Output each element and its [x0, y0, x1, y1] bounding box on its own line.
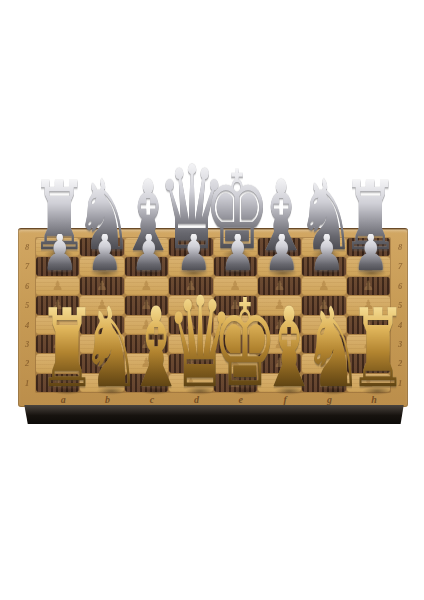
black-pawn-glyph: ♟: [176, 234, 212, 273]
black-pawn-glyph: ♟: [131, 234, 167, 273]
black-pawn-glyph: ♟: [220, 234, 256, 273]
piece-silver-pawn-d7: ♟: [171, 234, 216, 273]
piece-silver-pawn-e7: ♟: [215, 234, 260, 273]
piece-silver-pawn-c7: ♟: [127, 234, 172, 273]
product-photo: aabbccddeeffgghh1122334455667788 ♜♞♝♛♚♝♞…: [0, 0, 424, 600]
black-pawn-glyph: ♟: [353, 234, 389, 273]
piece-silver-pawn-f7: ♟: [260, 234, 305, 273]
piece-silver-pawn-h7: ♟: [349, 234, 394, 273]
piece-silver-pawn-b7: ♟: [82, 234, 127, 273]
black-pawn-glyph: ♟: [87, 234, 123, 273]
black-pawn-glyph: ♟: [42, 234, 78, 273]
black-pawn-glyph: ♟: [309, 234, 345, 273]
piece-silver-pawn-a7: ♟: [38, 234, 83, 273]
piece-silver-pawn-g7: ♟: [304, 234, 349, 273]
white-rook-glyph: ♜: [348, 307, 407, 391]
piece-gold-rook-h1: ♜: [332, 311, 423, 391]
black-pawn-glyph: ♟: [264, 234, 300, 273]
